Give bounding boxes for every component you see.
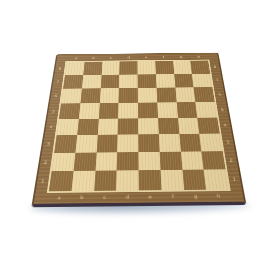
square-e2[interactable] [138, 152, 160, 171]
square-d1[interactable] [116, 171, 138, 191]
square-a8[interactable] [65, 62, 84, 75]
file-label-f: f [161, 193, 184, 200]
square-c2[interactable] [95, 152, 117, 171]
rank-label-4: 4 [219, 117, 230, 133]
square-b6[interactable] [80, 88, 100, 103]
square-b8[interactable] [83, 62, 102, 75]
square-b3[interactable] [75, 135, 97, 153]
square-f7[interactable] [156, 74, 175, 88]
square-f2[interactable] [159, 151, 182, 170]
square-f3[interactable] [159, 134, 181, 152]
square-d7[interactable] [119, 74, 138, 88]
rank-label-8: 8 [210, 60, 220, 73]
play-area [47, 60, 231, 193]
square-b4[interactable] [77, 118, 98, 135]
rank-label-5: 5 [217, 102, 228, 118]
square-b2[interactable] [73, 152, 96, 171]
square-d6[interactable] [119, 88, 138, 103]
file-label-a: a [67, 56, 85, 60]
chess-board: abcdefgh abcdefgh 87654321 87654321 [31, 53, 246, 208]
file-label-a: a [47, 194, 71, 201]
square-a2[interactable] [52, 153, 76, 172]
square-b1[interactable] [71, 171, 95, 191]
square-c6[interactable] [99, 88, 119, 103]
square-a6[interactable] [61, 89, 82, 104]
square-h1[interactable] [204, 170, 229, 190]
square-b7[interactable] [82, 75, 102, 89]
file-label-g: g [184, 193, 207, 200]
file-label-h: h [190, 55, 208, 59]
square-e1[interactable] [139, 170, 162, 190]
square-g5[interactable] [176, 102, 197, 118]
square-e7[interactable] [138, 74, 157, 88]
square-f5[interactable] [157, 102, 178, 118]
square-d4[interactable] [118, 118, 138, 135]
square-e5[interactable] [138, 102, 158, 118]
square-h3[interactable] [199, 134, 222, 152]
square-e3[interactable] [138, 134, 159, 152]
square-c3[interactable] [96, 135, 118, 153]
square-a5[interactable] [59, 103, 80, 119]
square-d8[interactable] [119, 61, 137, 74]
square-g4[interactable] [178, 117, 200, 134]
square-e4[interactable] [138, 118, 159, 135]
file-label-c: c [102, 56, 120, 60]
square-h6[interactable] [194, 87, 215, 102]
file-label-h: h [207, 193, 231, 200]
square-h5[interactable] [195, 102, 217, 118]
product-photo: abcdefgh abcdefgh 87654321 87654321 [0, 0, 280, 280]
square-f6[interactable] [156, 88, 176, 103]
file-label-b: b [85, 56, 103, 60]
square-c5[interactable] [98, 103, 118, 119]
square-h2[interactable] [202, 151, 226, 170]
file-labels-bottom: abcdefgh [47, 193, 230, 201]
square-a4[interactable] [57, 119, 79, 136]
square-g3[interactable] [179, 134, 202, 152]
square-g8[interactable] [173, 61, 192, 74]
square-a1[interactable] [49, 171, 74, 191]
file-label-g: g [172, 55, 190, 59]
file-label-e: e [139, 193, 162, 200]
square-f1[interactable] [160, 170, 183, 190]
square-e8[interactable] [137, 61, 155, 74]
rank-label-6: 6 [215, 87, 226, 102]
square-g6[interactable] [175, 87, 195, 102]
square-d2[interactable] [117, 152, 139, 171]
file-label-b: b [70, 194, 93, 201]
square-g1[interactable] [182, 170, 206, 190]
file-label-e: e [137, 55, 155, 59]
square-h4[interactable] [197, 117, 219, 134]
square-a3[interactable] [54, 135, 77, 153]
square-c1[interactable] [94, 171, 117, 191]
square-g2[interactable] [180, 151, 203, 170]
square-e6[interactable] [138, 88, 157, 103]
file-label-c: c [93, 194, 116, 201]
file-label-d: d [120, 55, 138, 59]
square-g7[interactable] [174, 74, 194, 88]
square-h8[interactable] [190, 61, 210, 74]
square-f4[interactable] [158, 118, 179, 135]
square-b5[interactable] [79, 103, 100, 119]
square-c8[interactable] [101, 61, 120, 74]
square-d3[interactable] [117, 134, 138, 152]
square-f8[interactable] [155, 61, 174, 74]
square-c7[interactable] [100, 74, 119, 88]
square-h7[interactable] [192, 74, 212, 88]
file-label-d: d [116, 194, 139, 201]
square-a7[interactable] [63, 75, 83, 89]
square-d5[interactable] [118, 103, 138, 119]
file-label-f: f [155, 55, 173, 59]
square-c4[interactable] [97, 118, 118, 135]
rank-label-7: 7 [212, 73, 222, 87]
